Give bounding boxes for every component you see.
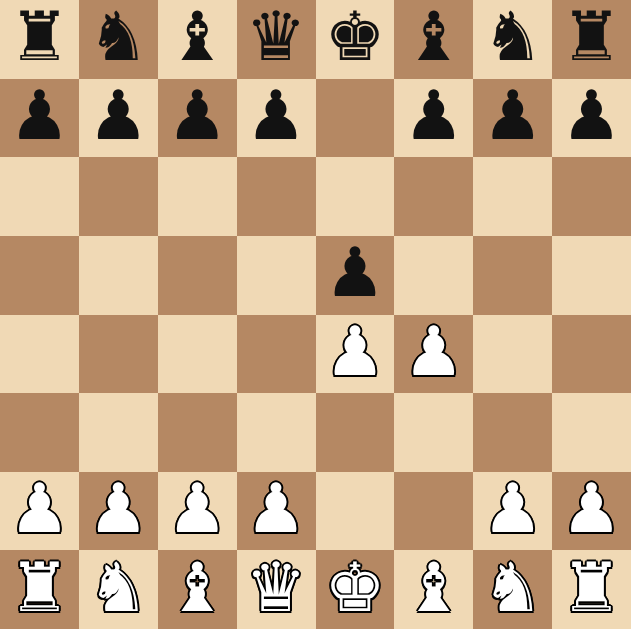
- square-h3[interactable]: [552, 393, 631, 472]
- black-knight[interactable]: ♞: [88, 3, 149, 71]
- white-knight[interactable]: ♞: [88, 554, 149, 622]
- square-d3[interactable]: [237, 393, 316, 472]
- square-a8[interactable]: ♜: [0, 0, 79, 79]
- white-bishop[interactable]: ♝: [167, 554, 228, 622]
- square-a2[interactable]: ♟: [0, 472, 79, 551]
- white-bishop[interactable]: ♝: [403, 554, 464, 622]
- square-c8[interactable]: ♝: [158, 0, 237, 79]
- white-pawn[interactable]: ♟: [88, 475, 149, 543]
- black-pawn[interactable]: ♟: [167, 82, 228, 150]
- square-g6[interactable]: [473, 157, 552, 236]
- square-c1[interactable]: ♝: [158, 550, 237, 629]
- square-b1[interactable]: ♞: [79, 550, 158, 629]
- square-c2[interactable]: ♟: [158, 472, 237, 551]
- square-e5[interactable]: ♟: [316, 236, 395, 315]
- square-g5[interactable]: [473, 236, 552, 315]
- square-a1[interactable]: ♜: [0, 550, 79, 629]
- square-g3[interactable]: [473, 393, 552, 472]
- white-pawn[interactable]: ♟: [246, 475, 307, 543]
- square-b3[interactable]: [79, 393, 158, 472]
- square-d1[interactable]: ♛: [237, 550, 316, 629]
- square-f6[interactable]: [394, 157, 473, 236]
- square-h7[interactable]: ♟: [552, 79, 631, 158]
- square-d4[interactable]: [237, 315, 316, 394]
- square-f1[interactable]: ♝: [394, 550, 473, 629]
- square-d7[interactable]: ♟: [237, 79, 316, 158]
- black-pawn[interactable]: ♟: [403, 82, 464, 150]
- white-rook[interactable]: ♜: [561, 554, 622, 622]
- square-c4[interactable]: [158, 315, 237, 394]
- square-b5[interactable]: [79, 236, 158, 315]
- square-b2[interactable]: ♟: [79, 472, 158, 551]
- white-queen[interactable]: ♛: [246, 554, 307, 622]
- black-pawn[interactable]: ♟: [88, 82, 149, 150]
- square-h1[interactable]: ♜: [552, 550, 631, 629]
- square-h6[interactable]: [552, 157, 631, 236]
- square-g2[interactable]: ♟: [473, 472, 552, 551]
- white-pawn[interactable]: ♟: [167, 475, 228, 543]
- white-pawn[interactable]: ♟: [324, 318, 385, 386]
- square-a5[interactable]: [0, 236, 79, 315]
- square-e2[interactable]: [316, 472, 395, 551]
- square-g1[interactable]: ♞: [473, 550, 552, 629]
- white-rook[interactable]: ♜: [9, 554, 70, 622]
- white-pawn[interactable]: ♟: [403, 318, 464, 386]
- black-bishop[interactable]: ♝: [403, 3, 464, 71]
- square-b6[interactable]: [79, 157, 158, 236]
- white-knight[interactable]: ♞: [482, 554, 543, 622]
- chess-board: ♜♞♝♛♚♝♞♜♟♟♟♟♟♟♟♟♟♟♟♟♟♟♟♟♜♞♝♛♚♝♞♜: [0, 0, 631, 629]
- square-d5[interactable]: [237, 236, 316, 315]
- square-d2[interactable]: ♟: [237, 472, 316, 551]
- black-knight[interactable]: ♞: [482, 3, 543, 71]
- square-e4[interactable]: ♟: [316, 315, 395, 394]
- square-f3[interactable]: [394, 393, 473, 472]
- square-h2[interactable]: ♟: [552, 472, 631, 551]
- square-e7[interactable]: [316, 79, 395, 158]
- square-h5[interactable]: [552, 236, 631, 315]
- white-pawn[interactable]: ♟: [482, 475, 543, 543]
- square-b7[interactable]: ♟: [79, 79, 158, 158]
- chess-board-container: ♜♞♝♛♚♝♞♜♟♟♟♟♟♟♟♟♟♟♟♟♟♟♟♟♜♞♝♛♚♝♞♜: [0, 0, 631, 629]
- square-f7[interactable]: ♟: [394, 79, 473, 158]
- black-pawn[interactable]: ♟: [9, 82, 70, 150]
- black-pawn[interactable]: ♟: [561, 82, 622, 150]
- black-pawn[interactable]: ♟: [246, 82, 307, 150]
- square-c3[interactable]: [158, 393, 237, 472]
- square-c7[interactable]: ♟: [158, 79, 237, 158]
- square-a4[interactable]: [0, 315, 79, 394]
- square-b8[interactable]: ♞: [79, 0, 158, 79]
- square-d6[interactable]: [237, 157, 316, 236]
- square-f2[interactable]: [394, 472, 473, 551]
- white-pawn[interactable]: ♟: [9, 475, 70, 543]
- square-c6[interactable]: [158, 157, 237, 236]
- white-pawn[interactable]: ♟: [561, 475, 622, 543]
- square-h8[interactable]: ♜: [552, 0, 631, 79]
- black-queen[interactable]: ♛: [246, 3, 307, 71]
- black-pawn[interactable]: ♟: [482, 82, 543, 150]
- black-rook[interactable]: ♜: [561, 3, 622, 71]
- black-pawn[interactable]: ♟: [324, 239, 385, 307]
- square-c5[interactable]: [158, 236, 237, 315]
- square-e3[interactable]: [316, 393, 395, 472]
- black-bishop[interactable]: ♝: [167, 3, 228, 71]
- square-f5[interactable]: [394, 236, 473, 315]
- square-h4[interactable]: [552, 315, 631, 394]
- square-a7[interactable]: ♟: [0, 79, 79, 158]
- square-e1[interactable]: ♚: [316, 550, 395, 629]
- square-b4[interactable]: [79, 315, 158, 394]
- square-a6[interactable]: [0, 157, 79, 236]
- square-d8[interactable]: ♛: [237, 0, 316, 79]
- square-e6[interactable]: [316, 157, 395, 236]
- white-king[interactable]: ♚: [324, 554, 385, 622]
- black-king[interactable]: ♚: [324, 3, 385, 71]
- square-f4[interactable]: ♟: [394, 315, 473, 394]
- square-f8[interactable]: ♝: [394, 0, 473, 79]
- square-g4[interactable]: [473, 315, 552, 394]
- square-g8[interactable]: ♞: [473, 0, 552, 79]
- black-rook[interactable]: ♜: [9, 3, 70, 71]
- square-a3[interactable]: [0, 393, 79, 472]
- square-e8[interactable]: ♚: [316, 0, 395, 79]
- square-g7[interactable]: ♟: [473, 79, 552, 158]
